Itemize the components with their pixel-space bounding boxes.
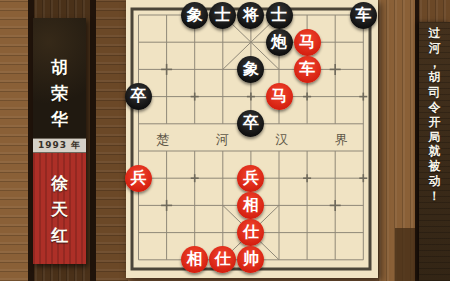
char: 红: [51, 222, 68, 248]
char: 天: [51, 196, 68, 222]
piece-red-仕[interactable]: 仕: [237, 219, 264, 246]
caption-plank: 过河，胡司令开局就被动！: [419, 22, 450, 281]
char: 令: [429, 100, 441, 115]
caption-text: 过河，胡司令开局就被动！: [429, 22, 441, 281]
piece-red-马[interactable]: 马: [294, 29, 321, 56]
piece-black-象[interactable]: 象: [181, 2, 208, 29]
piece-black-车[interactable]: 车: [350, 2, 377, 29]
xiangqi-board[interactable]: 楚 河 汉 界 象士将士车炮马象车卒马卒兵兵相仕相仕帅: [126, 0, 378, 278]
char: 就: [429, 144, 441, 159]
piece-black-将[interactable]: 将: [237, 2, 264, 29]
wood-plank: [0, 0, 28, 281]
year-label: 1993 年: [33, 138, 86, 153]
player-black-name: 胡荣华: [33, 18, 86, 138]
char: ，: [429, 56, 441, 71]
char: 胡: [429, 70, 441, 85]
char: 被: [429, 159, 441, 174]
pieces-layer: 象士将士车炮马象车卒马卒兵兵相仕相仕帅: [126, 0, 378, 278]
piece-red-兵[interactable]: 兵: [237, 165, 264, 192]
char: 荣: [51, 80, 68, 106]
char: 过: [429, 26, 441, 41]
wood-plank: [96, 0, 128, 281]
char: 胡: [51, 54, 68, 80]
screenshot-root: 胡荣华 1993 年 徐天红 楚 河 汉 界 象士将士车炮马象车卒马卒兵兵相仕相…: [0, 0, 450, 281]
char: 河: [429, 41, 441, 56]
piece-black-象[interactable]: 象: [237, 56, 264, 83]
char: 开: [429, 115, 441, 130]
char: 徐: [51, 170, 68, 196]
piece-red-车[interactable]: 车: [294, 56, 321, 83]
char: 动: [429, 174, 441, 189]
piece-black-卒[interactable]: 卒: [237, 110, 264, 137]
piece-black-士[interactable]: 士: [266, 2, 293, 29]
piece-black-士[interactable]: 士: [209, 2, 236, 29]
player-banner: 胡荣华 1993 年 徐天红: [33, 18, 86, 264]
char: 司: [429, 85, 441, 100]
player-red-name: 徐天红: [33, 153, 86, 264]
piece-red-相[interactable]: 相: [181, 246, 208, 273]
char: 华: [51, 106, 68, 132]
piece-red-帅[interactable]: 帅: [237, 246, 264, 273]
piece-red-相[interactable]: 相: [237, 192, 264, 219]
char: ！: [429, 189, 441, 204]
char: 局: [429, 130, 441, 145]
piece-red-马[interactable]: 马: [266, 83, 293, 110]
piece-black-炮[interactable]: 炮: [266, 29, 293, 56]
piece-red-兵[interactable]: 兵: [125, 165, 152, 192]
piece-red-仕[interactable]: 仕: [209, 246, 236, 273]
piece-black-卒[interactable]: 卒: [125, 83, 152, 110]
